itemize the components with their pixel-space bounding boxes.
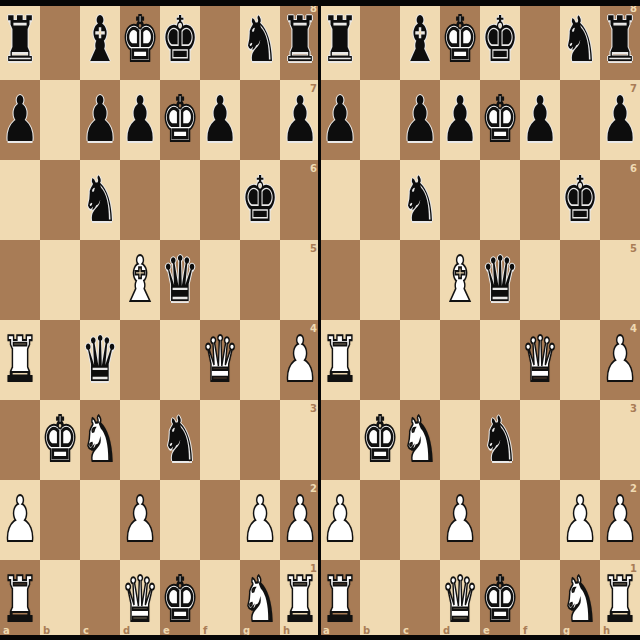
square-d8-right[interactable]: ♚ [440, 0, 480, 80]
white-rook: ♜ [281, 569, 319, 632]
white-rook: ♜ [1, 329, 39, 392]
square-g4-left[interactable] [240, 320, 280, 400]
square-b7-left[interactable] [40, 80, 80, 160]
white-queen: ♛ [441, 569, 479, 632]
square-h5-left[interactable]: 5 [280, 240, 320, 320]
square-h5-right[interactable]: 5 [600, 240, 640, 320]
square-b8-left[interactable] [40, 0, 80, 80]
white-king: ♚ [441, 9, 479, 72]
square-c7-right[interactable]: ♟ [400, 80, 440, 160]
white-knight: ♞ [81, 409, 119, 472]
white-pawn: ♟ [441, 489, 479, 552]
white-king: ♚ [161, 569, 199, 632]
rank-label-5-right: 5 [630, 244, 637, 254]
square-c3-left[interactable]: ♞ [80, 400, 120, 480]
square-g6-right[interactable]: ♚ [560, 160, 600, 240]
square-g2-left[interactable]: ♟ [240, 480, 280, 560]
white-pawn: ♟ [561, 489, 599, 552]
board-divider [318, 0, 321, 640]
white-knight: ♞ [241, 569, 279, 632]
rank-label-1-right: 1 [630, 564, 637, 574]
square-c1-left[interactable]: c [80, 560, 120, 640]
black-pawn: ♟ [121, 89, 159, 152]
square-b1-left[interactable]: b [40, 560, 80, 640]
white-bishop: ♝ [121, 249, 159, 312]
white-rook: ♜ [321, 329, 359, 392]
black-king: ♚ [161, 9, 199, 72]
black-king: ♚ [561, 169, 599, 232]
square-h3-left[interactable]: 3 [280, 400, 320, 480]
black-pawn: ♟ [601, 89, 639, 152]
square-d1-left[interactable]: ♛d [120, 560, 160, 640]
black-knight: ♞ [241, 9, 279, 72]
square-f3-right[interactable] [520, 400, 560, 480]
square-a7-left[interactable]: ♟ [0, 80, 40, 160]
square-a8-right[interactable]: ♜ [320, 0, 360, 80]
white-king: ♚ [481, 89, 519, 152]
square-g5-right[interactable] [560, 240, 600, 320]
square-h7-left[interactable]: ♟7 [280, 80, 320, 160]
square-a3-right[interactable] [320, 400, 360, 480]
square-d7-right[interactable]: ♟ [440, 80, 480, 160]
square-b3-left[interactable]: ♚ [40, 400, 80, 480]
square-f4-right[interactable]: ♛ [520, 320, 560, 400]
square-a4-left[interactable]: ♜ [0, 320, 40, 400]
square-e8-right[interactable]: ♚ [480, 0, 520, 80]
square-d5-left[interactable]: ♝ [120, 240, 160, 320]
square-e5-left[interactable]: ♛ [160, 240, 200, 320]
white-king: ♚ [481, 569, 519, 632]
square-c6-right[interactable]: ♞ [400, 160, 440, 240]
rank-label-7-right: 7 [630, 84, 637, 94]
square-g7-right[interactable] [560, 80, 600, 160]
square-h7-right[interactable]: ♟7 [600, 80, 640, 160]
square-d6-left[interactable] [120, 160, 160, 240]
square-h8-left[interactable]: ♜8 [280, 0, 320, 80]
square-f5-left[interactable] [200, 240, 240, 320]
square-e2-right[interactable] [480, 480, 520, 560]
square-a5-left[interactable] [0, 240, 40, 320]
white-king: ♚ [121, 9, 159, 72]
square-c3-right[interactable]: ♞ [400, 400, 440, 480]
square-b7-right[interactable] [360, 80, 400, 160]
white-bishop: ♝ [441, 249, 479, 312]
square-e7-right[interactable]: ♚ [480, 80, 520, 160]
square-h4-right[interactable]: ♟4 [600, 320, 640, 400]
square-f1-right[interactable]: f [520, 560, 560, 640]
square-b6-left[interactable] [40, 160, 80, 240]
black-knight: ♞ [561, 9, 599, 72]
square-f1-left[interactable]: f [200, 560, 240, 640]
white-rook: ♜ [1, 569, 39, 632]
square-h1-right[interactable]: ♜1h [600, 560, 640, 640]
top-frame-bar [0, 0, 640, 6]
chess-board-right: ♜♝♚♚♞♜8♟♟♟♚♟♟7♞♚6♝♛5♜♛♟4♚♞♞3♟♟♟♟2♜abc♛d♚… [320, 0, 640, 640]
square-b4-right[interactable] [360, 320, 400, 400]
square-g3-right[interactable] [560, 400, 600, 480]
square-d4-left[interactable] [120, 320, 160, 400]
square-a3-left[interactable] [0, 400, 40, 480]
square-d3-left[interactable] [120, 400, 160, 480]
black-pawn: ♟ [401, 89, 439, 152]
square-h6-right[interactable]: 6 [600, 160, 640, 240]
chess-board-left: ♜♝♚♚♞♜8♟♟♟♚♟♟7♞♚6♝♛5♜♛♛♟4♚♞♞3♟♟♟♟2♜abc♛d… [0, 0, 320, 640]
square-c8-left[interactable]: ♝ [80, 0, 120, 80]
square-a1-left[interactable]: ♜a [0, 560, 40, 640]
square-h1-left[interactable]: ♜1h [280, 560, 320, 640]
square-c7-left[interactable]: ♟ [80, 80, 120, 160]
square-b1-right[interactable]: b [360, 560, 400, 640]
black-knight: ♞ [161, 409, 199, 472]
square-h4-left[interactable]: ♟4 [280, 320, 320, 400]
square-b8-right[interactable] [360, 0, 400, 80]
square-h2-left[interactable]: ♟2 [280, 480, 320, 560]
square-a8-left[interactable]: ♜ [0, 0, 40, 80]
square-d2-right[interactable]: ♟ [440, 480, 480, 560]
square-d1-right[interactable]: ♛d [440, 560, 480, 640]
black-king: ♚ [241, 169, 279, 232]
square-g3-left[interactable] [240, 400, 280, 480]
square-a6-right[interactable] [320, 160, 360, 240]
white-queen: ♛ [201, 329, 239, 392]
white-king: ♚ [361, 409, 399, 472]
square-a2-right[interactable]: ♟ [320, 480, 360, 560]
square-c4-left[interactable]: ♛ [80, 320, 120, 400]
square-e1-left[interactable]: ♚e [160, 560, 200, 640]
black-knight: ♞ [401, 169, 439, 232]
black-bishop: ♝ [401, 9, 439, 72]
black-knight: ♞ [481, 409, 519, 472]
square-b3-right[interactable]: ♚ [360, 400, 400, 480]
square-e4-left[interactable] [160, 320, 200, 400]
square-f7-right[interactable]: ♟ [520, 80, 560, 160]
square-e3-left[interactable]: ♞ [160, 400, 200, 480]
black-rook: ♜ [601, 9, 639, 72]
black-queen: ♛ [481, 249, 519, 312]
square-f5-right[interactable] [520, 240, 560, 320]
white-pawn: ♟ [601, 329, 639, 392]
square-f8-right[interactable] [520, 0, 560, 80]
square-d4-right[interactable] [440, 320, 480, 400]
white-rook: ♜ [321, 569, 359, 632]
black-queen: ♛ [161, 249, 199, 312]
rank-label-1-left: 1 [310, 564, 317, 574]
black-rook: ♜ [321, 9, 359, 72]
square-h3-right[interactable]: 3 [600, 400, 640, 480]
square-f7-left[interactable]: ♟ [200, 80, 240, 160]
rank-label-4-left: 4 [310, 324, 317, 334]
square-a4-right[interactable]: ♜ [320, 320, 360, 400]
square-a1-right[interactable]: ♜a [320, 560, 360, 640]
rank-label-3-right: 3 [630, 404, 637, 414]
square-g8-left[interactable]: ♞ [240, 0, 280, 80]
rank-label-2-left: 2 [310, 484, 317, 494]
square-g2-right[interactable]: ♟ [560, 480, 600, 560]
square-e8-left[interactable]: ♚ [160, 0, 200, 80]
white-pawn: ♟ [241, 489, 279, 552]
black-pawn: ♟ [521, 89, 559, 152]
white-pawn: ♟ [601, 489, 639, 552]
square-c1-right[interactable]: c [400, 560, 440, 640]
black-bishop: ♝ [81, 9, 119, 72]
black-pawn: ♟ [81, 89, 119, 152]
square-g1-right[interactable]: ♞g [560, 560, 600, 640]
square-c5-left[interactable] [80, 240, 120, 320]
square-g8-right[interactable]: ♞ [560, 0, 600, 80]
black-rook: ♜ [1, 9, 39, 72]
square-e1-right[interactable]: ♚e [480, 560, 520, 640]
square-a5-right[interactable] [320, 240, 360, 320]
square-e2-left[interactable] [160, 480, 200, 560]
white-pawn: ♟ [321, 489, 359, 552]
square-g4-right[interactable] [560, 320, 600, 400]
white-king: ♚ [161, 89, 199, 152]
black-pawn: ♟ [441, 89, 479, 152]
square-a2-left[interactable]: ♟ [0, 480, 40, 560]
square-b5-left[interactable] [40, 240, 80, 320]
square-d3-right[interactable] [440, 400, 480, 480]
square-d6-right[interactable] [440, 160, 480, 240]
square-b6-right[interactable] [360, 160, 400, 240]
square-h8-right[interactable]: ♜8 [600, 0, 640, 80]
square-c2-left[interactable] [80, 480, 120, 560]
white-queen: ♛ [121, 569, 159, 632]
rank-label-3-left: 3 [310, 404, 317, 414]
square-d5-right[interactable]: ♝ [440, 240, 480, 320]
white-pawn: ♟ [281, 489, 319, 552]
white-pawn: ♟ [281, 329, 319, 392]
square-e5-right[interactable]: ♛ [480, 240, 520, 320]
square-f2-left[interactable] [200, 480, 240, 560]
square-g1-left[interactable]: ♞g [240, 560, 280, 640]
rank-label-6-right: 6 [630, 164, 637, 174]
square-g5-left[interactable] [240, 240, 280, 320]
square-f3-left[interactable] [200, 400, 240, 480]
square-d8-left[interactable]: ♚ [120, 0, 160, 80]
black-queen: ♛ [81, 329, 119, 392]
square-c5-right[interactable] [400, 240, 440, 320]
square-c2-right[interactable] [400, 480, 440, 560]
double-chess-board-screenshot: ♜♝♚♚♞♜8♟♟♟♚♟♟7♞♚6♝♛5♜♛♛♟4♚♞♞3♟♟♟♟2♜abc♛d… [0, 0, 640, 640]
white-queen: ♛ [521, 329, 559, 392]
square-c6-left[interactable]: ♞ [80, 160, 120, 240]
black-pawn: ♟ [321, 89, 359, 152]
square-a6-left[interactable] [0, 160, 40, 240]
square-f6-right[interactable] [520, 160, 560, 240]
square-e6-right[interactable] [480, 160, 520, 240]
square-d7-left[interactable]: ♟ [120, 80, 160, 160]
rank-label-7-left: 7 [310, 84, 317, 94]
square-f2-right[interactable] [520, 480, 560, 560]
black-knight: ♞ [81, 169, 119, 232]
square-a7-right[interactable]: ♟ [320, 80, 360, 160]
white-pawn: ♟ [121, 489, 159, 552]
square-h2-right[interactable]: ♟2 [600, 480, 640, 560]
black-pawn: ♟ [281, 89, 319, 152]
white-knight: ♞ [561, 569, 599, 632]
square-b5-right[interactable] [360, 240, 400, 320]
square-e6-left[interactable] [160, 160, 200, 240]
black-rook: ♜ [281, 9, 319, 72]
white-rook: ♜ [601, 569, 639, 632]
square-g7-left[interactable] [240, 80, 280, 160]
rank-label-5-left: 5 [310, 244, 317, 254]
square-b2-right[interactable] [360, 480, 400, 560]
square-c8-right[interactable]: ♝ [400, 0, 440, 80]
square-c4-right[interactable] [400, 320, 440, 400]
white-king: ♚ [41, 409, 79, 472]
square-e7-left[interactable]: ♚ [160, 80, 200, 160]
black-pawn: ♟ [201, 89, 239, 152]
rank-label-4-right: 4 [630, 324, 637, 334]
black-pawn: ♟ [1, 89, 39, 152]
square-b2-left[interactable] [40, 480, 80, 560]
rank-label-2-right: 2 [630, 484, 637, 494]
white-pawn: ♟ [1, 489, 39, 552]
black-king: ♚ [481, 9, 519, 72]
square-h6-left[interactable]: 6 [280, 160, 320, 240]
rank-label-6-left: 6 [310, 164, 317, 174]
square-f4-left[interactable]: ♛ [200, 320, 240, 400]
square-f6-left[interactable] [200, 160, 240, 240]
bottom-frame-bar [0, 635, 640, 640]
square-g6-left[interactable]: ♚ [240, 160, 280, 240]
square-b4-left[interactable] [40, 320, 80, 400]
square-f8-left[interactable] [200, 0, 240, 80]
square-e3-right[interactable]: ♞ [480, 400, 520, 480]
white-knight: ♞ [401, 409, 439, 472]
square-d2-left[interactable]: ♟ [120, 480, 160, 560]
square-e4-right[interactable] [480, 320, 520, 400]
